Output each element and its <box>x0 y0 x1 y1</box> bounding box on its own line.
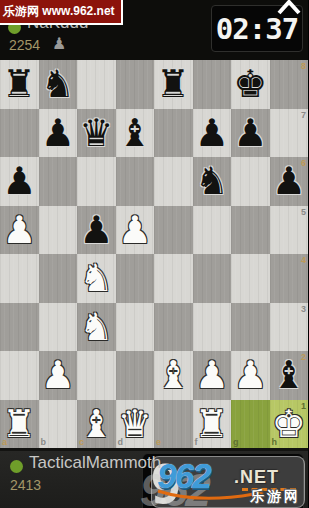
square-d6[interactable] <box>116 157 155 206</box>
piece-white-knight[interactable]: ♞ <box>79 303 113 351</box>
square-b8[interactable]: ♞ <box>39 60 78 109</box>
square-a6[interactable]: ♟ <box>0 157 39 206</box>
coordinate-file-label: e <box>156 438 161 447</box>
square-c3[interactable]: ♞ <box>77 303 116 352</box>
coordinate-file-label: f <box>195 438 198 447</box>
square-a4[interactable] <box>0 254 39 303</box>
piece-black-pawn[interactable]: ♟ <box>233 109 267 157</box>
square-h8[interactable]: 8 <box>270 60 309 109</box>
square-d8[interactable] <box>116 60 155 109</box>
piece-black-queen[interactable]: ♛ <box>79 109 113 157</box>
watermark-logo: 962 962 .NET 乐游网 <box>151 456 305 508</box>
square-a2[interactable] <box>0 351 39 400</box>
piece-black-pawn[interactable]: ♟ <box>195 109 229 157</box>
square-f4[interactable] <box>193 254 232 303</box>
square-g2[interactable]: ♟ <box>231 351 270 400</box>
coordinate-rank-label: 1 <box>301 402 306 411</box>
coordinate-file-label: a <box>2 438 7 447</box>
square-e7[interactable] <box>154 109 193 158</box>
square-c2[interactable] <box>77 351 116 400</box>
coordinate-rank-label: 4 <box>301 256 306 265</box>
square-c1[interactable]: ♝c <box>77 400 116 449</box>
square-h2[interactable]: ♝2 <box>270 351 309 400</box>
square-e6[interactable] <box>154 157 193 206</box>
piece-white-pawn[interactable]: ♟ <box>2 206 36 254</box>
square-b6[interactable] <box>39 157 78 206</box>
square-h6[interactable]: ♟6 <box>270 157 309 206</box>
square-f2[interactable]: ♟ <box>193 351 232 400</box>
coordinate-rank-label: 6 <box>301 159 306 168</box>
coordinate-rank-label: 7 <box>301 111 306 120</box>
watermark-net-text: .NET <box>234 467 279 488</box>
piece-white-rook[interactable]: ♜ <box>2 400 36 448</box>
square-b2[interactable]: ♟ <box>39 351 78 400</box>
square-c7[interactable]: ♛ <box>77 109 116 158</box>
coordinate-file-label: d <box>118 438 124 447</box>
square-h7[interactable]: 7 <box>270 109 309 158</box>
square-b5[interactable] <box>39 206 78 255</box>
square-c6[interactable] <box>77 157 116 206</box>
chess-board: ♜♞♜♚8♟♛♝♟♟7♟♞♟6♟♟♟5♞4♞3♟♝♟♟♝2♜ab♝c♛de♜fg… <box>0 60 308 448</box>
square-a7[interactable] <box>0 109 39 158</box>
square-e2[interactable]: ♝ <box>154 351 193 400</box>
coordinate-rank-label: 5 <box>301 208 306 217</box>
square-g7[interactable]: ♟ <box>231 109 270 158</box>
piece-black-knight[interactable]: ♞ <box>195 157 229 205</box>
top-player-rating: 2254 <box>9 37 40 53</box>
piece-black-pawn[interactable]: ♟ <box>79 206 113 254</box>
coordinate-rank-label: 3 <box>301 305 306 314</box>
piece-black-bishop[interactable]: ♝ <box>118 109 152 157</box>
square-f1[interactable]: ♜f <box>193 400 232 449</box>
square-b7[interactable]: ♟ <box>39 109 78 158</box>
piece-black-rook[interactable]: ♜ <box>2 60 36 108</box>
square-f7[interactable]: ♟ <box>193 109 232 158</box>
square-f3[interactable] <box>193 303 232 352</box>
bottom-player-online-dot <box>10 460 23 473</box>
square-a8[interactable]: ♜ <box>0 60 39 109</box>
square-e3[interactable] <box>154 303 193 352</box>
square-h4[interactable]: 4 <box>270 254 309 303</box>
coordinate-file-label: g <box>233 438 239 447</box>
piece-black-knight[interactable]: ♞ <box>41 60 75 108</box>
square-e8[interactable]: ♜ <box>154 60 193 109</box>
bottom-player-bar: 9 TacticalMammoth 2413 962 962 .NET 乐游网 <box>0 448 308 508</box>
coordinate-file-label: b <box>41 438 47 447</box>
piece-white-pawn[interactable]: ♟ <box>118 206 152 254</box>
top-clock-time: 02:37 <box>216 12 298 46</box>
square-d2[interactable] <box>116 351 155 400</box>
coordinate-file-label: c <box>79 438 84 447</box>
square-h5[interactable]: 5 <box>270 206 309 255</box>
square-d4[interactable] <box>116 254 155 303</box>
square-a3[interactable] <box>0 303 39 352</box>
square-e5[interactable] <box>154 206 193 255</box>
piece-white-pawn[interactable]: ♟ <box>233 351 267 399</box>
watermark-cn-text: 乐游网 <box>250 488 301 506</box>
square-e4[interactable] <box>154 254 193 303</box>
square-g4[interactable] <box>231 254 270 303</box>
watermark-banner: 乐游网 www.962.net <box>0 0 123 25</box>
piece-black-king[interactable]: ♚ <box>233 60 267 108</box>
piece-white-rook[interactable]: ♜ <box>195 400 229 448</box>
square-b4[interactable] <box>39 254 78 303</box>
app-screen: NaKddd 2254 ♟ 02:37 ♜♞♜♚8♟♛♝♟♟7♟♞♟6♟♟♟5♞… <box>0 0 308 508</box>
piece-white-pawn[interactable]: ♟ <box>195 351 229 399</box>
piece-black-pawn[interactable]: ♟ <box>41 109 75 157</box>
square-c8[interactable] <box>77 60 116 109</box>
square-h3[interactable]: 3 <box>270 303 309 352</box>
square-f5[interactable] <box>193 206 232 255</box>
captured-pawn-icon: ♟ <box>52 34 66 53</box>
square-a1[interactable]: ♜a <box>0 400 39 449</box>
piece-white-knight[interactable]: ♞ <box>79 254 113 302</box>
coordinate-file-label: h <box>272 438 278 447</box>
square-b1[interactable]: b <box>39 400 78 449</box>
square-a5[interactable]: ♟ <box>0 206 39 255</box>
square-g3[interactable] <box>231 303 270 352</box>
square-f8[interactable] <box>193 60 232 109</box>
square-g1[interactable]: g <box>231 400 270 449</box>
square-d1[interactable]: ♛d <box>116 400 155 449</box>
square-d5[interactable]: ♟ <box>116 206 155 255</box>
square-b3[interactable] <box>39 303 78 352</box>
square-c4[interactable]: ♞ <box>77 254 116 303</box>
collapse-chevron-icon[interactable] <box>276 0 302 15</box>
square-c5[interactable]: ♟ <box>77 206 116 255</box>
square-d3[interactable] <box>116 303 155 352</box>
coordinate-rank-label: 2 <box>301 353 306 362</box>
bottom-player-rating: 2413 <box>10 477 41 493</box>
square-g6[interactable] <box>231 157 270 206</box>
piece-black-pawn[interactable]: ♟ <box>2 157 36 205</box>
piece-white-bishop[interactable]: ♝ <box>79 400 113 448</box>
coordinate-rank-label: 8 <box>301 62 306 71</box>
piece-white-pawn[interactable]: ♟ <box>41 351 75 399</box>
piece-black-rook[interactable]: ♜ <box>156 60 190 108</box>
square-e1[interactable]: e <box>154 400 193 449</box>
square-h1[interactable]: ♚1h <box>270 400 309 449</box>
piece-white-bishop[interactable]: ♝ <box>156 351 190 399</box>
square-f6[interactable]: ♞ <box>193 157 232 206</box>
square-g5[interactable] <box>231 206 270 255</box>
square-d7[interactable]: ♝ <box>116 109 155 158</box>
square-g8[interactable]: ♚ <box>231 60 270 109</box>
